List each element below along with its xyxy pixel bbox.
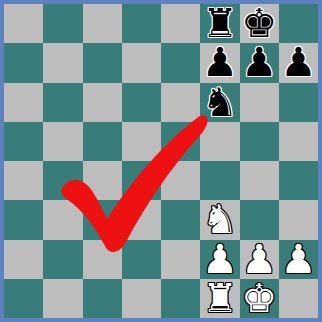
square-b1[interactable]: [43, 279, 82, 318]
square-h4[interactable]: [279, 161, 318, 200]
square-d2[interactable]: [122, 240, 161, 279]
square-e5[interactable]: [161, 122, 200, 161]
square-d4[interactable]: [122, 161, 161, 200]
square-e8[interactable]: [161, 4, 200, 43]
square-b6[interactable]: [43, 83, 82, 122]
square-f8[interactable]: ♜: [200, 4, 239, 43]
square-h8[interactable]: [279, 4, 318, 43]
square-b7[interactable]: [43, 43, 82, 82]
chess-board-frame: ♜♚♟♟♟♞♞♟♟♟♜♚: [0, 0, 322, 322]
square-f2[interactable]: ♟: [200, 240, 239, 279]
square-g7[interactable]: ♟: [240, 43, 279, 82]
square-d6[interactable]: [122, 83, 161, 122]
chess-board: ♜♚♟♟♟♞♞♟♟♟♜♚: [4, 4, 318, 318]
square-e3[interactable]: [161, 200, 200, 239]
square-e1[interactable]: [161, 279, 200, 318]
square-f1[interactable]: ♜: [200, 279, 239, 318]
square-b8[interactable]: [43, 4, 82, 43]
square-a3[interactable]: [4, 200, 43, 239]
square-c5[interactable]: [83, 122, 122, 161]
square-e7[interactable]: [161, 43, 200, 82]
piece-white-knight: ♞: [202, 200, 238, 239]
square-g5[interactable]: [240, 122, 279, 161]
piece-white-rook: ♜: [202, 279, 238, 318]
square-c6[interactable]: [83, 83, 122, 122]
square-e2[interactable]: [161, 240, 200, 279]
square-g6[interactable]: [240, 83, 279, 122]
square-c4[interactable]: [83, 161, 122, 200]
square-a8[interactable]: [4, 4, 43, 43]
square-d3[interactable]: [122, 200, 161, 239]
square-d5[interactable]: [122, 122, 161, 161]
piece-white-king: ♚: [241, 279, 277, 318]
square-g2[interactable]: ♟: [240, 240, 279, 279]
square-g1[interactable]: ♚: [240, 279, 279, 318]
square-a2[interactable]: [4, 240, 43, 279]
square-c1[interactable]: [83, 279, 122, 318]
square-c8[interactable]: [83, 4, 122, 43]
square-b3[interactable]: [43, 200, 82, 239]
square-h2[interactable]: ♟: [279, 240, 318, 279]
square-d1[interactable]: [122, 279, 161, 318]
piece-black-pawn: ♟: [241, 43, 277, 82]
square-g8[interactable]: ♚: [240, 4, 279, 43]
square-g3[interactable]: [240, 200, 279, 239]
square-d8[interactable]: [122, 4, 161, 43]
piece-black-pawn: ♟: [280, 43, 316, 82]
piece-white-pawn: ♟: [280, 240, 316, 279]
square-b4[interactable]: [43, 161, 82, 200]
piece-white-pawn: ♟: [241, 240, 277, 279]
square-f5[interactable]: [200, 122, 239, 161]
piece-white-pawn: ♟: [202, 240, 238, 279]
piece-black-king: ♚: [241, 4, 277, 43]
piece-black-pawn: ♟: [202, 43, 238, 82]
square-a5[interactable]: [4, 122, 43, 161]
square-a1[interactable]: [4, 279, 43, 318]
square-c3[interactable]: [83, 200, 122, 239]
square-a4[interactable]: [4, 161, 43, 200]
square-h6[interactable]: [279, 83, 318, 122]
square-h3[interactable]: [279, 200, 318, 239]
square-h1[interactable]: [279, 279, 318, 318]
square-f4[interactable]: [200, 161, 239, 200]
square-f6[interactable]: ♞: [200, 83, 239, 122]
square-h5[interactable]: [279, 122, 318, 161]
square-f3[interactable]: ♞: [200, 200, 239, 239]
square-e4[interactable]: [161, 161, 200, 200]
square-h7[interactable]: ♟: [279, 43, 318, 82]
square-c7[interactable]: [83, 43, 122, 82]
square-c2[interactable]: [83, 240, 122, 279]
square-a6[interactable]: [4, 83, 43, 122]
square-a7[interactable]: [4, 43, 43, 82]
square-f7[interactable]: ♟: [200, 43, 239, 82]
square-e6[interactable]: [161, 83, 200, 122]
piece-black-knight: ♞: [202, 83, 238, 122]
piece-black-rook: ♜: [202, 4, 238, 43]
square-b5[interactable]: [43, 122, 82, 161]
square-d7[interactable]: [122, 43, 161, 82]
square-b2[interactable]: [43, 240, 82, 279]
square-g4[interactable]: [240, 161, 279, 200]
